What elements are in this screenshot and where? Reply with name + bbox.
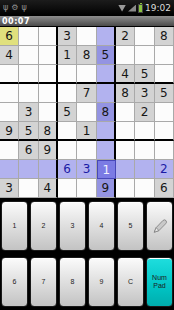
cell-r2c1[interactable]: 4 [0, 46, 19, 65]
cell-r7c2[interactable]: 6 [19, 141, 38, 160]
cell-r8c4[interactable]: 6 [58, 160, 77, 179]
cell-r4c8[interactable]: 3 [135, 84, 154, 103]
cell-r4c4[interactable] [58, 84, 77, 103]
usb-icon: ψ [21, 4, 26, 12]
digit-8-button[interactable]: 8 [59, 257, 86, 307]
cell-r1c2[interactable] [19, 27, 38, 46]
cell-r5c6[interactable]: 8 [97, 103, 116, 122]
cell-r8c2[interactable] [19, 160, 38, 179]
cell-r1c6[interactable] [97, 27, 116, 46]
cell-r9c9[interactable]: 6 [155, 179, 174, 198]
cell-r1c8[interactable] [135, 27, 154, 46]
cell-r7c9[interactable] [155, 141, 174, 160]
cell-r1c3[interactable] [39, 27, 58, 46]
cell-r2c6[interactable]: 5 [97, 46, 116, 65]
cell-r1c4[interactable]: 3 [58, 27, 77, 46]
cell-r6c2[interactable]: 5 [19, 122, 38, 141]
cell-r5c3[interactable] [39, 103, 58, 122]
keypad-row-2: 6789CNumPad [1, 257, 173, 307]
cell-r6c6[interactable] [97, 122, 116, 141]
cell-r7c7[interactable] [116, 141, 135, 160]
cell-r4c5[interactable]: 7 [77, 84, 96, 103]
cell-r7c5[interactable] [77, 141, 96, 160]
cell-r1c9[interactable]: 8 [155, 27, 174, 46]
digit-7-button[interactable]: 7 [30, 257, 57, 307]
game-timer: 00:07 [2, 17, 30, 26]
digit-3-button[interactable]: 3 [59, 201, 86, 251]
status-bar: ψ ⚙ ψ 19:02 [0, 0, 174, 16]
cell-r9c4[interactable] [58, 179, 77, 198]
keypad-row-1: 12345 [1, 201, 173, 251]
num-pad-label: NumPad [152, 274, 167, 291]
cell-r5c7[interactable] [116, 103, 135, 122]
cell-r2c5[interactable]: 8 [77, 46, 96, 65]
pencil-button[interactable] [146, 201, 173, 251]
cell-r4c3[interactable] [39, 84, 58, 103]
cell-r3c6[interactable] [97, 65, 116, 84]
cell-r2c3[interactable] [39, 46, 58, 65]
cell-r8c5[interactable]: 3 [77, 160, 96, 179]
cell-r9c2[interactable] [19, 179, 38, 198]
cell-r2c4[interactable]: 1 [58, 46, 77, 65]
cell-r2c2[interactable] [19, 46, 38, 65]
cell-r2c8[interactable] [135, 46, 154, 65]
cell-r9c3[interactable]: 4 [39, 179, 58, 198]
timer-bar: 00:07 [0, 16, 174, 27]
cell-r1c1[interactable]: 6 [0, 27, 19, 46]
battery-icon [138, 4, 143, 13]
cell-r6c4[interactable] [58, 122, 77, 141]
cell-r2c9[interactable] [155, 46, 174, 65]
signal-icon [128, 5, 136, 12]
cell-r6c5[interactable]: 1 [77, 122, 96, 141]
keypad: 12345 6789CNumPad [0, 198, 174, 310]
cell-r6c9[interactable] [155, 122, 174, 141]
cell-r3c2[interactable] [19, 65, 38, 84]
cell-r7c6[interactable] [97, 141, 116, 160]
cell-r7c1[interactable] [0, 141, 19, 160]
cell-r9c5[interactable] [77, 179, 96, 198]
cell-r8c9[interactable]: 2 [155, 160, 174, 179]
cell-r9c7[interactable] [116, 179, 135, 198]
cell-r6c8[interactable] [135, 122, 154, 141]
gear-icon: ⚙ [11, 4, 18, 12]
cell-r4c9[interactable]: 5 [155, 84, 174, 103]
cell-r5c4[interactable]: 5 [58, 103, 77, 122]
cell-r3c3[interactable] [39, 65, 58, 84]
digit-5-button[interactable]: 5 [117, 201, 144, 251]
cell-r6c1[interactable]: 9 [0, 122, 19, 141]
digit-1-button[interactable]: 1 [1, 201, 28, 251]
cell-r1c5[interactable] [77, 27, 96, 46]
digit-4-button[interactable]: 4 [88, 201, 115, 251]
status-bar-right: 19:02 [118, 3, 171, 13]
cell-r4c1[interactable] [0, 84, 19, 103]
clock-time: 19:02 [145, 3, 171, 13]
cell-r2c7[interactable] [116, 46, 135, 65]
pencil-icon [151, 217, 169, 235]
num-pad-button[interactable]: NumPad [146, 257, 173, 307]
wifi-icon [118, 5, 126, 12]
sudoku-board: 63284185457835358295816963123496 [0, 27, 174, 198]
cell-r8c1[interactable] [0, 160, 19, 179]
sudoku-app-screen: ψ ⚙ ψ 19:02 00:07 6328418545783535829581… [0, 0, 174, 310]
cell-r5c2[interactable]: 3 [19, 103, 38, 122]
cell-r8c3[interactable] [39, 160, 58, 179]
cell-r3c7[interactable]: 4 [116, 65, 135, 84]
cell-r7c4[interactable] [58, 141, 77, 160]
cell-r5c9[interactable] [155, 103, 174, 122]
cell-r6c3[interactable]: 8 [39, 122, 58, 141]
cell-r3c8[interactable]: 5 [135, 65, 154, 84]
cell-r9c8[interactable] [135, 179, 154, 198]
cell-r8c8[interactable] [135, 160, 154, 179]
clear-button[interactable]: C [117, 257, 144, 307]
cell-r3c4[interactable] [58, 65, 77, 84]
cell-r5c1[interactable] [0, 103, 19, 122]
cell-r9c1[interactable]: 3 [0, 179, 19, 198]
cell-r8c7[interactable] [116, 160, 135, 179]
cell-r3c9[interactable] [155, 65, 174, 84]
digit-6-button[interactable]: 6 [1, 257, 28, 307]
cell-r3c5[interactable] [77, 65, 96, 84]
cell-r4c7[interactable]: 8 [116, 84, 135, 103]
cell-r8c6[interactable]: 1 [97, 160, 116, 179]
digit-9-button[interactable]: 9 [88, 257, 115, 307]
cell-r7c3[interactable]: 9 [39, 141, 58, 160]
cell-r5c8[interactable]: 2 [135, 103, 154, 122]
cell-r3c1[interactable] [0, 65, 19, 84]
cell-r4c6[interactable] [97, 84, 116, 103]
usb-debug-icon: ψ [3, 4, 8, 12]
cell-r6c7[interactable] [116, 122, 135, 141]
cell-r4c2[interactable] [19, 84, 38, 103]
digit-2-button[interactable]: 2 [30, 201, 57, 251]
cell-r9c6[interactable]: 9 [97, 179, 116, 198]
cell-r1c7[interactable]: 2 [116, 27, 135, 46]
cell-r5c5[interactable] [77, 103, 96, 122]
cell-r7c8[interactable] [135, 141, 154, 160]
